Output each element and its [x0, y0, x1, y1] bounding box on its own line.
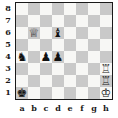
square-a4: ♞ — [16, 51, 28, 63]
file-label-g: g — [88, 103, 100, 113]
white-king-h1: ♔ — [100, 87, 112, 99]
rank-label-3: 3 — [3, 62, 13, 74]
square-b2 — [28, 75, 40, 87]
square-g7 — [88, 15, 100, 27]
square-f7 — [76, 15, 88, 27]
square-e6 — [64, 27, 76, 39]
square-d6: ♝ — [52, 27, 64, 39]
square-b5 — [28, 39, 40, 51]
square-d3 — [52, 63, 64, 75]
square-f4 — [76, 51, 88, 63]
square-c1 — [40, 87, 52, 99]
square-c8 — [40, 3, 52, 15]
black-knight-a4: ♞ — [16, 51, 28, 63]
square-c2 — [40, 75, 52, 87]
rank-labels: 87654321 — [3, 2, 13, 98]
square-g5 — [88, 39, 100, 51]
square-g2 — [88, 75, 100, 87]
square-b8 — [28, 3, 40, 15]
rank-label-7: 7 — [3, 14, 13, 26]
rank-label-5: 5 — [3, 38, 13, 50]
chess-diagram: 87654321 ♕♝♞♟♟♖♖♚♔ abcdefgh — [0, 0, 118, 118]
square-e7 — [64, 15, 76, 27]
square-h1: ♔ — [100, 87, 112, 99]
file-label-b: b — [28, 103, 40, 113]
square-f1 — [76, 87, 88, 99]
square-f3 — [76, 63, 88, 75]
square-d8 — [52, 3, 64, 15]
file-label-d: d — [52, 103, 64, 113]
chess-board: ♕♝♞♟♟♖♖♚♔ — [15, 2, 113, 100]
square-h8 — [100, 3, 112, 15]
square-f8 — [76, 3, 88, 15]
rank-label-1: 1 — [3, 86, 13, 98]
rank-label-6: 6 — [3, 26, 13, 38]
square-e5 — [64, 39, 76, 51]
white-queen-b6: ♕ — [28, 27, 40, 39]
black-pawn-c4: ♟ — [40, 51, 52, 63]
square-b3 — [28, 63, 40, 75]
square-g8 — [88, 3, 100, 15]
square-g1 — [88, 87, 100, 99]
square-e1 — [64, 87, 76, 99]
rank-label-8: 8 — [3, 2, 13, 14]
square-h7 — [100, 15, 112, 27]
square-d2 — [52, 75, 64, 87]
square-c7 — [40, 15, 52, 27]
file-label-f: f — [76, 103, 88, 113]
file-labels: abcdefgh — [16, 103, 112, 113]
square-a3 — [16, 63, 28, 75]
square-e4 — [64, 51, 76, 63]
file-label-c: c — [40, 103, 52, 113]
square-h6 — [100, 27, 112, 39]
rank-label-2: 2 — [3, 74, 13, 86]
black-king-a1: ♚ — [16, 87, 28, 99]
file-label-a: a — [16, 103, 28, 113]
square-c4: ♟ — [40, 51, 52, 63]
square-c3 — [40, 63, 52, 75]
square-f2 — [76, 75, 88, 87]
square-b6: ♕ — [28, 27, 40, 39]
square-e2 — [64, 75, 76, 87]
file-label-e: e — [64, 103, 76, 113]
square-b4 — [28, 51, 40, 63]
square-a8 — [16, 3, 28, 15]
file-label-h: h — [100, 103, 112, 113]
square-a6 — [16, 27, 28, 39]
square-b1 — [28, 87, 40, 99]
square-h5 — [100, 39, 112, 51]
square-e3 — [64, 63, 76, 75]
rank-label-4: 4 — [3, 50, 13, 62]
square-c6 — [40, 27, 52, 39]
square-g4 — [88, 51, 100, 63]
square-d4: ♟ — [52, 51, 64, 63]
square-a1: ♚ — [16, 87, 28, 99]
square-g3 — [88, 63, 100, 75]
black-bishop-d6: ♝ — [52, 27, 64, 39]
square-g6 — [88, 27, 100, 39]
square-a7 — [16, 15, 28, 27]
black-pawn-d4: ♟ — [52, 51, 64, 63]
square-d1 — [52, 87, 64, 99]
square-f5 — [76, 39, 88, 51]
square-f6 — [76, 27, 88, 39]
square-e8 — [64, 3, 76, 15]
